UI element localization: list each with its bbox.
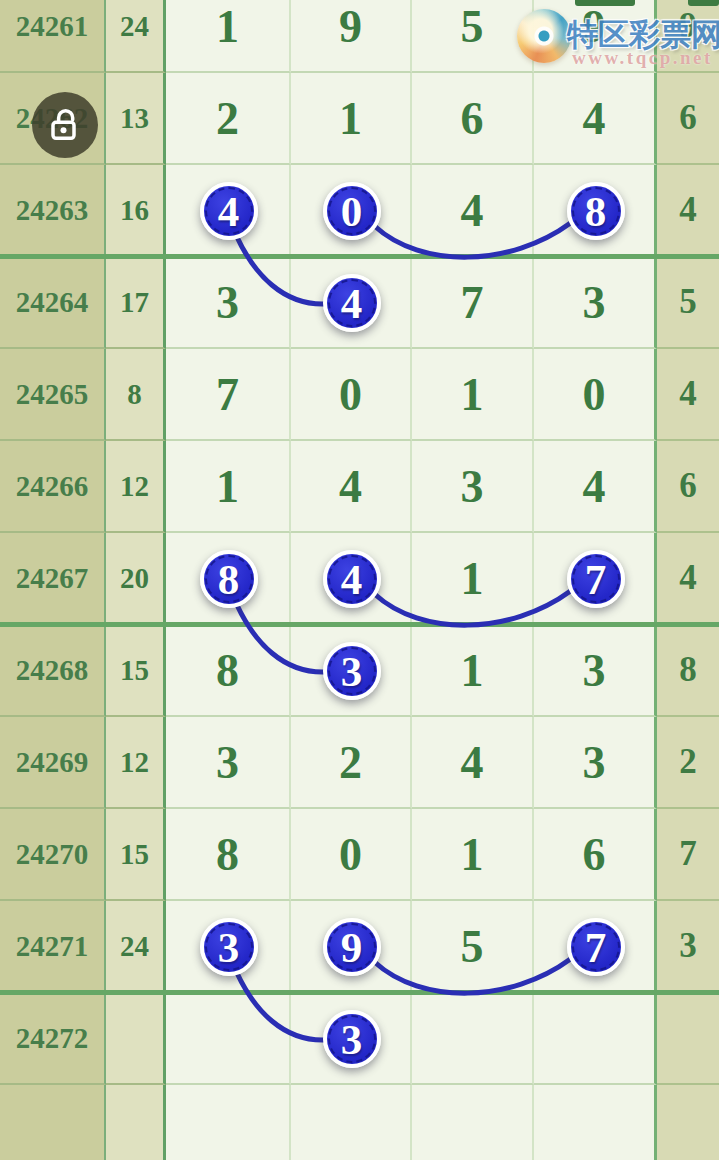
digit-cell: 3 — [166, 717, 291, 809]
side-digit-cell — [657, 993, 719, 1085]
digit-cell: 1 — [166, 0, 291, 73]
digit-cell: 1 — [412, 809, 534, 901]
digit-cell: 1 — [412, 533, 534, 625]
cut-digit-fragment — [575, 0, 635, 6]
digit-cell — [166, 1085, 291, 1160]
digit-cell: 7 — [412, 257, 534, 349]
draw-number-cell: 24264 — [0, 257, 106, 349]
circled-digit: 0 — [323, 182, 381, 240]
circled-digit: 9 — [323, 918, 381, 976]
digit-cell: 1 — [166, 441, 291, 533]
draw-number-cell: 24272 — [0, 993, 106, 1085]
draw-number-cell: 24261 — [0, 0, 106, 73]
digit-cell: 0 — [291, 349, 412, 441]
side-digit-cell: 2 — [657, 717, 719, 809]
digit-cell: 2 — [166, 73, 291, 165]
group-divider-line — [0, 990, 719, 995]
digit-cell — [534, 993, 657, 1085]
digit-cell: 1 — [412, 625, 534, 717]
sum-value-cell: 20 — [106, 533, 166, 625]
digit-cell: 1 — [291, 73, 412, 165]
digit-cell — [412, 1085, 534, 1160]
digit-cell: 8 — [166, 809, 291, 901]
side-digit-cell: 4 — [657, 533, 719, 625]
circled-digit: 3 — [200, 918, 258, 976]
digit-cell: 3 — [534, 257, 657, 349]
sum-value-cell: 16 — [106, 165, 166, 257]
sum-value-cell: 15 — [106, 809, 166, 901]
sum-value-cell: 17 — [106, 257, 166, 349]
side-digit-cell: 4 — [657, 349, 719, 441]
sum-value-cell: 13 — [106, 73, 166, 165]
digit-cell: 3 — [534, 717, 657, 809]
group-divider-line — [0, 254, 719, 259]
digit-cell: 3 — [412, 441, 534, 533]
side-digit-cell: 8 — [657, 625, 719, 717]
group-divider-line — [0, 622, 719, 627]
sum-value-cell: 8 — [106, 349, 166, 441]
circled-digit: 4 — [323, 274, 381, 332]
digit-cell: 4 — [534, 441, 657, 533]
lock-button[interactable] — [32, 92, 98, 158]
digit-cell: 5 — [412, 0, 534, 73]
draw-number-cell: 24270 — [0, 809, 106, 901]
sum-value-cell: 15 — [106, 625, 166, 717]
sum-value-cell — [106, 993, 166, 1085]
side-digit-cell: 6 — [657, 73, 719, 165]
sum-value-cell: 24 — [106, 901, 166, 993]
cut-digit-fragment — [688, 0, 719, 6]
sum-value-cell: 12 — [106, 441, 166, 533]
digit-cell: 6 — [412, 73, 534, 165]
draw-number-cell: 24271 — [0, 901, 106, 993]
draw-number-cell: 24269 — [0, 717, 106, 809]
digit-cell: 8 — [166, 625, 291, 717]
unlock-icon — [45, 105, 85, 145]
side-digit-cell: 3 — [657, 901, 719, 993]
draw-number-cell: 24263 — [0, 165, 106, 257]
draw-number-cell: 24266 — [0, 441, 106, 533]
digit-cell: 4 — [291, 441, 412, 533]
digit-cell: 4 — [534, 73, 657, 165]
sum-value-cell — [106, 1085, 166, 1160]
logo-site-url: www.tqcp.net — [572, 47, 713, 69]
circled-digit: 8 — [200, 550, 258, 608]
sum-value-cell: 24 — [106, 0, 166, 73]
circled-digit: 4 — [200, 182, 258, 240]
sum-value-cell: 12 — [106, 717, 166, 809]
draw-number-cell: 24268 — [0, 625, 106, 717]
side-digit-cell: 6 — [657, 441, 719, 533]
circled-digit: 8 — [567, 182, 625, 240]
digit-cell: 4 — [412, 717, 534, 809]
digit-cell: 1 — [412, 349, 534, 441]
digit-cell: 5 — [412, 901, 534, 993]
circled-digit: 3 — [323, 1010, 381, 1068]
digit-cell: 3 — [166, 257, 291, 349]
digit-cell — [291, 1085, 412, 1160]
draw-number-cell — [0, 1085, 106, 1160]
circled-digit: 7 — [567, 550, 625, 608]
digit-cell: 6 — [534, 809, 657, 901]
circled-digit: 7 — [567, 918, 625, 976]
draw-number-cell: 24265 — [0, 349, 106, 441]
digit-cell — [412, 993, 534, 1085]
circled-digit: 4 — [323, 550, 381, 608]
side-digit-cell: 5 — [657, 257, 719, 349]
logo-swirl-icon — [517, 9, 571, 63]
digit-cell: 0 — [291, 809, 412, 901]
side-digit-cell: 4 — [657, 165, 719, 257]
side-digit-cell: 7 — [657, 809, 719, 901]
digit-cell: 3 — [534, 625, 657, 717]
draw-number-cell: 24267 — [0, 533, 106, 625]
circled-digit: 3 — [323, 642, 381, 700]
digit-cell — [534, 1085, 657, 1160]
digit-cell — [166, 993, 291, 1085]
digit-cell: 0 — [534, 349, 657, 441]
digit-cell: 4 — [412, 165, 534, 257]
side-digit-cell — [657, 1085, 719, 1160]
digit-cell: 9 — [291, 0, 412, 73]
digit-cell: 7 — [166, 349, 291, 441]
digit-cell: 2 — [291, 717, 412, 809]
